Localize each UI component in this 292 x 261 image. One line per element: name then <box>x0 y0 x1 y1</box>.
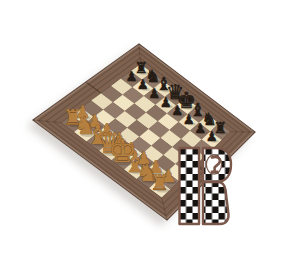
piece-black-pawn-h7: ♟ <box>206 129 218 144</box>
piece-black-pawn-f7: ♟ <box>183 112 195 127</box>
piece-black-pawn-c7: ♟ <box>148 86 160 101</box>
logo-curl-foot <box>211 171 219 174</box>
logo-leg <box>203 182 229 224</box>
product-photo: ♜♞♝♛♚♝♞♜♟♟♟♟♟♟♟♟♟♟♟♟♟♟♟♟♜♞♝♛♚♝♞♜ <box>0 0 292 261</box>
piece-white-rook-h1: ♜ <box>150 170 170 195</box>
piece-black-pawn-d7: ♟ <box>160 95 172 110</box>
piece-black-pawn-b7: ♟ <box>137 77 149 92</box>
piece-black-pawn-e7: ♟ <box>171 103 183 118</box>
piece-black-pawn-g7: ♟ <box>194 121 206 136</box>
chess-board: ♜♞♝♛♚♝♞♜♟♟♟♟♟♟♟♟♟♟♟♟♟♟♟♟♜♞♝♛♚♝♞♜ <box>0 0 292 261</box>
brand-logo-r-icon <box>178 145 236 229</box>
piece-black-pawn-a7: ♟ <box>125 69 137 84</box>
brand-logo <box>178 145 236 229</box>
logo-stem <box>180 148 200 224</box>
